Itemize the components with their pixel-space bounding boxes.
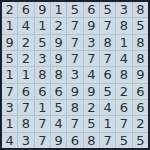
grid-cell-r9c2[interactable]: 3 [18, 133, 33, 148]
grid-cell-r4c9[interactable]: 8 [133, 51, 148, 66]
grid-cell-r5c3[interactable]: 8 [35, 67, 50, 82]
grid-cell-r2c3[interactable]: 1 [35, 18, 50, 33]
grid-cell-r5c9[interactable]: 9 [133, 67, 148, 82]
grid-cell-r6c5[interactable]: 9 [67, 84, 82, 99]
grid-cell-r7c8[interactable]: 6 [116, 100, 131, 115]
grid-cell-r7c9[interactable]: 6 [133, 100, 148, 115]
grid-cell-r9c8[interactable]: 5 [116, 133, 131, 148]
grid-cell-r3c6[interactable]: 3 [84, 35, 99, 50]
grid-cell-r9c7[interactable]: 7 [100, 133, 115, 148]
grid-cell-r5c5[interactable]: 3 [67, 67, 82, 82]
grid-cell-r2c5[interactable]: 7 [67, 18, 82, 33]
grid-cell-r3c4[interactable]: 9 [51, 35, 66, 50]
grid-cell-r4c5[interactable]: 7 [67, 51, 82, 66]
grid-cell-r9c5[interactable]: 6 [67, 133, 82, 148]
grid-cell-r8c4[interactable]: 4 [51, 116, 66, 131]
grid-cell-r8c8[interactable]: 7 [116, 116, 131, 131]
grid-cell-r3c3[interactable]: 5 [35, 35, 50, 50]
grid-cell-r5c6[interactable]: 4 [84, 67, 99, 82]
grid-cell-r5c4[interactable]: 8 [51, 67, 66, 82]
grid-cell-r9c9[interactable]: 5 [133, 133, 148, 148]
grid-cell-r1c3[interactable]: 9 [35, 2, 50, 17]
grid-cell-r5c1[interactable]: 1 [2, 67, 17, 82]
grid-cell-r4c3[interactable]: 3 [35, 51, 50, 66]
grid-cell-r2c7[interactable]: 7 [100, 18, 115, 33]
grid-cell-r8c7[interactable]: 1 [100, 116, 115, 131]
grid-cell-r1c5[interactable]: 5 [67, 2, 82, 17]
grid-cell-r5c8[interactable]: 8 [116, 67, 131, 82]
grid-cell-r4c2[interactable]: 2 [18, 51, 33, 66]
grid-cell-r2c8[interactable]: 8 [116, 18, 131, 33]
grid-cell-r1c8[interactable]: 3 [116, 2, 131, 17]
grid-cell-r8c9[interactable]: 2 [133, 116, 148, 131]
grid-cell-r4c8[interactable]: 4 [116, 51, 131, 66]
grid-cell-r6c3[interactable]: 6 [35, 84, 50, 99]
grid-cell-r6c4[interactable]: 6 [51, 84, 66, 99]
grid-cell-r7c4[interactable]: 5 [51, 100, 66, 115]
grid-cell-r5c2[interactable]: 1 [18, 67, 33, 82]
grid-cell-r3c7[interactable]: 8 [100, 35, 115, 50]
grid-cell-r7c7[interactable]: 4 [100, 100, 115, 115]
grid-cell-r5c7[interactable]: 6 [100, 67, 115, 82]
grid-cell-r6c6[interactable]: 9 [84, 84, 99, 99]
grid-cell-r4c6[interactable]: 7 [84, 51, 99, 66]
grid-cell-r1c6[interactable]: 6 [84, 2, 99, 17]
grid-cell-r2c1[interactable]: 1 [2, 18, 17, 33]
grid-cell-r4c4[interactable]: 9 [51, 51, 66, 66]
grid-cell-r4c7[interactable]: 7 [100, 51, 115, 66]
grid-cell-r7c6[interactable]: 2 [84, 100, 99, 115]
grid-cell-r1c2[interactable]: 6 [18, 2, 33, 17]
grid-cell-r9c3[interactable]: 7 [35, 133, 50, 148]
grid-cell-r8c1[interactable]: 1 [2, 116, 17, 131]
grid-cell-r1c7[interactable]: 5 [100, 2, 115, 17]
grid-cell-r8c5[interactable]: 7 [67, 116, 82, 131]
grid-cell-r2c6[interactable]: 9 [84, 18, 99, 33]
grid-cell-r3c9[interactable]: 8 [133, 35, 148, 50]
grid-cell-r7c2[interactable]: 7 [18, 100, 33, 115]
grid-cell-r1c9[interactable]: 8 [133, 2, 148, 17]
grid-cell-r6c7[interactable]: 5 [100, 84, 115, 99]
grid-cell-r3c8[interactable]: 1 [116, 35, 131, 50]
grid-cell-r8c3[interactable]: 7 [35, 116, 50, 131]
grid-cell-r7c5[interactable]: 8 [67, 100, 82, 115]
grid-cell-r4c1[interactable]: 5 [2, 51, 17, 66]
grid-cell-r1c4[interactable]: 1 [51, 2, 66, 17]
grid-cell-r7c1[interactable]: 3 [2, 100, 17, 115]
grid-cell-r9c6[interactable]: 8 [84, 133, 99, 148]
puzzle-board: 2691565381412797859259738185239777481188… [0, 0, 150, 150]
grid-cell-r3c5[interactable]: 7 [67, 35, 82, 50]
grid-cell-r8c2[interactable]: 8 [18, 116, 33, 131]
grid-cell-r8c6[interactable]: 5 [84, 116, 99, 131]
grid-cell-r6c8[interactable]: 2 [116, 84, 131, 99]
grid-cell-r1c1[interactable]: 2 [2, 2, 17, 17]
grid-cell-r2c2[interactable]: 4 [18, 18, 33, 33]
grid-cell-r2c9[interactable]: 5 [133, 18, 148, 33]
grid-cell-r6c1[interactable]: 7 [2, 84, 17, 99]
grid-cell-r6c9[interactable]: 6 [133, 84, 148, 99]
grid-cell-r9c1[interactable]: 4 [2, 133, 17, 148]
grid-cell-r3c1[interactable]: 9 [2, 35, 17, 50]
grid-cell-r3c2[interactable]: 2 [18, 35, 33, 50]
grid-cell-r9c4[interactable]: 9 [51, 133, 66, 148]
grid-cell-r2c4[interactable]: 2 [51, 18, 66, 33]
grid-cell-r7c3[interactable]: 1 [35, 100, 50, 115]
grid-cell-r6c2[interactable]: 6 [18, 84, 33, 99]
